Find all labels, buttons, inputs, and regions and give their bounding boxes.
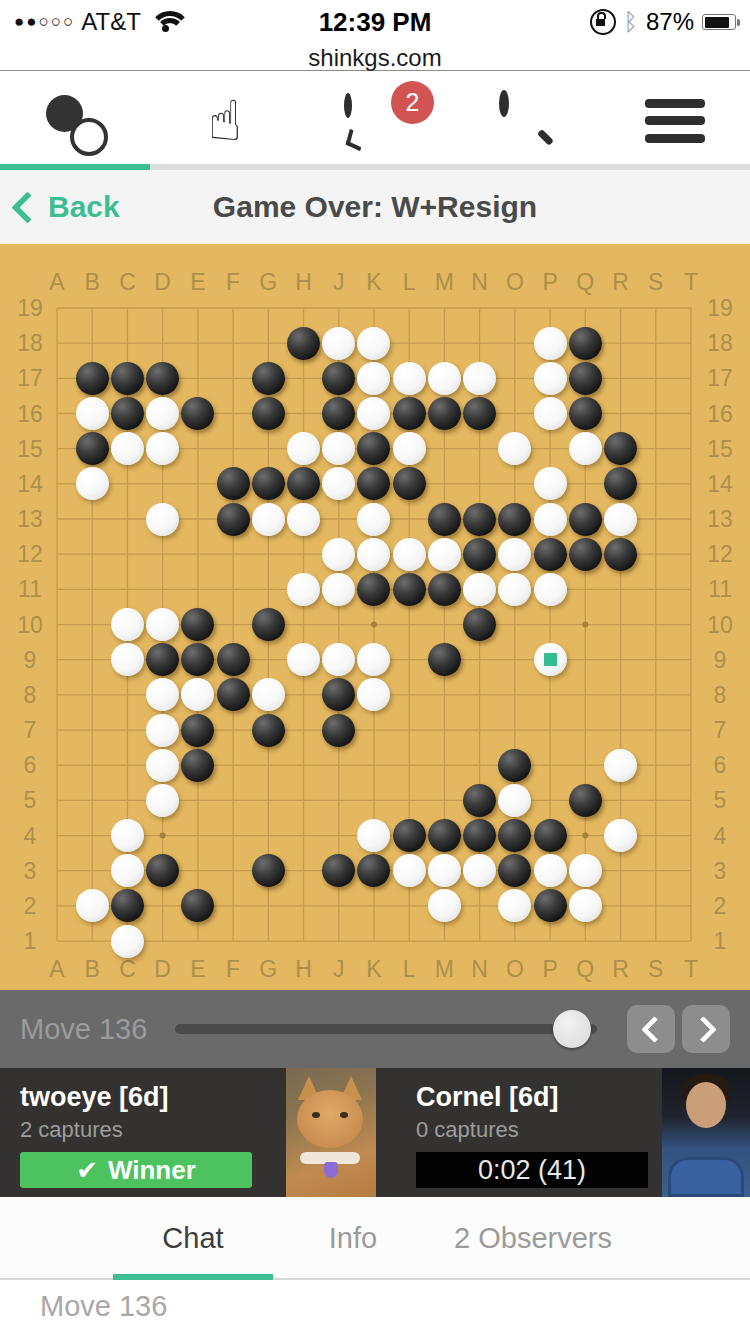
- white-stone-Q2: [569, 889, 602, 922]
- black-stone-N10: [463, 608, 496, 641]
- black-stone-Q17: [569, 362, 602, 395]
- svg-text:F: F: [226, 269, 240, 295]
- svg-text:O: O: [506, 269, 524, 295]
- url-text[interactable]: shinkgs.com: [308, 44, 441, 71]
- svg-text:5: 5: [24, 787, 37, 813]
- svg-text:8: 8: [24, 682, 37, 708]
- svg-text:14: 14: [17, 471, 43, 497]
- svg-text:N: N: [471, 956, 488, 982]
- black-stone-C17: [111, 362, 144, 395]
- back-label: Back: [48, 190, 120, 224]
- chat-bubble-icon: 2: [344, 97, 406, 144]
- svg-text:G: G: [259, 269, 277, 295]
- status-bar: ●●○○○ AT&T 12:39 PM ᛒ 87%: [0, 0, 750, 44]
- white-stone-O5: [498, 784, 531, 817]
- black-stone-G10: [252, 608, 285, 641]
- white-stone-H13: [287, 503, 320, 536]
- white-stone-N17: [463, 362, 496, 395]
- svg-text:19: 19: [17, 295, 43, 321]
- tab-chat-bottom[interactable]: Chat: [162, 1222, 223, 1255]
- black-stone-R12: [604, 538, 637, 571]
- black-stone-F13: [217, 503, 250, 536]
- svg-text:L: L: [403, 269, 416, 295]
- check-icon: ✔: [76, 1155, 98, 1185]
- tab-chat[interactable]: 2: [300, 75, 450, 167]
- svg-text:11: 11: [708, 576, 732, 602]
- black-stone-C16: [111, 397, 144, 430]
- svg-text:S: S: [648, 269, 663, 295]
- svg-text:K: K: [366, 269, 382, 295]
- white-stone-O12: [498, 538, 531, 571]
- svg-text:2: 2: [24, 893, 37, 919]
- black-stone-M16: [428, 397, 461, 430]
- black-stone-D17: [146, 362, 179, 395]
- svg-text:4: 4: [24, 823, 37, 849]
- tab-play[interactable]: ☝: [150, 75, 300, 167]
- back-button[interactable]: Back: [16, 190, 120, 224]
- black-stone-M13: [428, 503, 461, 536]
- battery-icon: [702, 14, 736, 30]
- black-stone-F8: [217, 678, 250, 711]
- svg-text:17: 17: [17, 365, 43, 391]
- white-stone-D16: [146, 397, 179, 430]
- black-player-name: Cornel [6d]: [416, 1082, 662, 1113]
- white-stone-M17: [428, 362, 461, 395]
- white-stone-L12: [393, 538, 426, 571]
- white-stone-K13: [357, 503, 390, 536]
- white-stone-L15: [393, 432, 426, 465]
- svg-text:13: 13: [17, 506, 43, 532]
- black-stone-Q5: [569, 784, 602, 817]
- white-stone-N11: [463, 573, 496, 606]
- black-player-captures: 0 captures: [416, 1117, 662, 1143]
- white-player-name: twoeye [6d]: [20, 1082, 286, 1113]
- svg-text:17: 17: [707, 365, 733, 391]
- svg-text:1: 1: [24, 928, 37, 954]
- tab-observers[interactable]: 2 Observers: [454, 1222, 612, 1255]
- white-stone-H11: [287, 573, 320, 606]
- black-stone-M11: [428, 573, 461, 606]
- svg-text:D: D: [154, 956, 171, 982]
- chevron-left-icon: [641, 1016, 668, 1043]
- svg-text:P: P: [542, 956, 557, 982]
- svg-text:K: K: [366, 956, 382, 982]
- black-stone-G17: [252, 362, 285, 395]
- white-stone-Q15: [569, 432, 602, 465]
- svg-text:D: D: [154, 269, 171, 295]
- white-stone-H15: [287, 432, 320, 465]
- black-stone-G3: [252, 854, 285, 887]
- svg-text:E: E: [190, 956, 205, 982]
- svg-text:M: M: [435, 956, 454, 982]
- hamburger-menu-icon: [645, 99, 705, 143]
- last-move-marker: [544, 653, 557, 666]
- white-stone-P14: [534, 467, 567, 500]
- svg-text:10: 10: [707, 612, 733, 638]
- white-stone-L3: [393, 854, 426, 887]
- svg-text:7: 7: [24, 717, 37, 743]
- svg-text:11: 11: [18, 576, 42, 602]
- svg-text:G: G: [259, 956, 277, 982]
- black-stone-O13: [498, 503, 531, 536]
- svg-text:14: 14: [707, 471, 733, 497]
- black-stone-P4: [534, 819, 567, 852]
- white-player-avatar-cat: [286, 1068, 376, 1197]
- white-stone-G8: [252, 678, 285, 711]
- black-stone-Q16: [569, 397, 602, 430]
- svg-text:E: E: [190, 269, 205, 295]
- white-stone-C9: [111, 643, 144, 676]
- white-stone-D5: [146, 784, 179, 817]
- black-stone-J17: [322, 362, 355, 395]
- slider-thumb[interactable]: [553, 1010, 591, 1048]
- svg-text:12: 12: [707, 541, 733, 567]
- svg-text:R: R: [612, 956, 629, 982]
- svg-text:6: 6: [24, 752, 37, 778]
- chevron-right-icon: [690, 1016, 717, 1043]
- chat-log[interactable]: Move 136: [0, 1280, 750, 1334]
- svg-text:2: 2: [714, 893, 727, 919]
- svg-text:3: 3: [24, 858, 37, 884]
- svg-text:C: C: [119, 956, 136, 982]
- bottom-tab-bar: Chat Info 2 Observers: [0, 1197, 750, 1280]
- black-stone-M4: [428, 819, 461, 852]
- black-player-clock: 0:02 (41): [416, 1152, 648, 1188]
- black-stone-F14: [217, 467, 250, 500]
- white-stone-D10: [146, 608, 179, 641]
- move-slider[interactable]: [175, 1024, 597, 1034]
- white-stone-K12: [357, 538, 390, 571]
- black-stone-L11: [393, 573, 426, 606]
- black-stone-P12: [534, 538, 567, 571]
- black-stone-Q12: [569, 538, 602, 571]
- black-stone-N16: [463, 397, 496, 430]
- svg-text:Q: Q: [576, 956, 594, 982]
- go-board[interactable]: AABBCCDDEEFFGGHHJJKKLLMMNNOOPPQQRRSSTT19…: [0, 244, 750, 990]
- svg-text:A: A: [49, 956, 65, 982]
- black-stone-M9: [428, 643, 461, 676]
- white-stone-B14: [76, 467, 109, 500]
- active-bottom-tab-indicator: [113, 1274, 273, 1280]
- black-player-avatar: [662, 1068, 750, 1197]
- svg-text:18: 18: [707, 330, 733, 356]
- black-stone-E7: [181, 714, 214, 747]
- svg-text:T: T: [684, 269, 698, 295]
- white-stone-D7: [146, 714, 179, 747]
- black-stone-N12: [463, 538, 496, 571]
- black-stone-B15: [76, 432, 109, 465]
- white-stone-H9: [287, 643, 320, 676]
- white-stone-D6: [146, 749, 179, 782]
- app-nav-bar: ☝ 2: [0, 71, 750, 170]
- rotation-lock-icon: [590, 9, 616, 35]
- svg-text:B: B: [85, 956, 100, 982]
- white-stone-M12: [428, 538, 461, 571]
- black-stone-O6: [498, 749, 531, 782]
- svg-text:13: 13: [707, 506, 733, 532]
- prev-move-button[interactable]: [627, 1005, 675, 1053]
- next-move-button[interactable]: [682, 1005, 730, 1053]
- black-stone-L16: [393, 397, 426, 430]
- svg-text:16: 16: [707, 401, 733, 427]
- players-panel: twoeye [6d] 2 captures ✔ Winner Cornel […: [0, 1068, 750, 1197]
- chat-line: Move 136: [40, 1290, 750, 1323]
- black-stone-N4: [463, 819, 496, 852]
- black-stone-G7: [252, 714, 285, 747]
- svg-text:A: A: [49, 269, 65, 295]
- svg-text:J: J: [333, 269, 345, 295]
- svg-text:19: 19: [707, 295, 733, 321]
- white-stone-J18: [322, 327, 355, 360]
- svg-text:H: H: [295, 956, 312, 982]
- black-stone-P2: [534, 889, 567, 922]
- black-player-info: Cornel [6d] 0 captures 0:02 (41): [376, 1068, 662, 1197]
- svg-text:7: 7: [714, 717, 727, 743]
- white-stone-P17: [534, 362, 567, 395]
- white-stone-Q3: [569, 854, 602, 887]
- svg-text:15: 15: [17, 436, 43, 462]
- game-header: Game Over: W+Resign Back: [0, 170, 750, 244]
- white-stone-J12: [322, 538, 355, 571]
- white-stone-J11: [322, 573, 355, 606]
- tab-search[interactable]: [450, 75, 600, 167]
- svg-text:9: 9: [714, 647, 727, 673]
- white-stone-C10: [111, 608, 144, 641]
- white-stone-K18: [357, 327, 390, 360]
- svg-text:B: B: [85, 269, 100, 295]
- black-stone-H18: [287, 327, 320, 360]
- white-stone-C3: [111, 854, 144, 887]
- white-stone-G13: [252, 503, 285, 536]
- svg-text:8: 8: [714, 682, 727, 708]
- svg-text:F: F: [226, 956, 240, 982]
- black-stone-G14: [252, 467, 285, 500]
- svg-text:15: 15: [707, 436, 733, 462]
- back-chevron-icon: [11, 191, 44, 224]
- black-stone-L14: [393, 467, 426, 500]
- svg-text:16: 16: [17, 401, 43, 427]
- white-stone-P11: [534, 573, 567, 606]
- white-stone-B2: [76, 889, 109, 922]
- winner-badge: ✔ Winner: [20, 1152, 252, 1188]
- black-stone-Q13: [569, 503, 602, 536]
- white-stone-P9: [534, 643, 567, 676]
- svg-text:P: P: [542, 269, 557, 295]
- black-stone-N5: [463, 784, 496, 817]
- svg-text:9: 9: [24, 647, 37, 673]
- white-stone-C4: [111, 819, 144, 852]
- svg-text:H: H: [295, 269, 312, 295]
- svg-text:N: N: [471, 269, 488, 295]
- white-stone-P13: [534, 503, 567, 536]
- svg-text:10: 10: [17, 612, 43, 638]
- move-number-label: Move 136: [20, 1013, 165, 1046]
- svg-text:1: 1: [714, 928, 727, 954]
- svg-text:L: L: [403, 956, 416, 982]
- black-stone-Q18: [569, 327, 602, 360]
- battery-percent: 87%: [646, 8, 694, 36]
- black-stone-G16: [252, 397, 285, 430]
- svg-text:4: 4: [714, 823, 727, 849]
- white-stone-P16: [534, 397, 567, 430]
- winner-label: Winner: [108, 1155, 196, 1186]
- svg-text:3: 3: [714, 858, 727, 884]
- black-stone-R15: [604, 432, 637, 465]
- black-stone-N13: [463, 503, 496, 536]
- svg-text:S: S: [648, 956, 663, 982]
- black-stone-J7: [322, 714, 355, 747]
- white-player-captures: 2 captures: [20, 1117, 286, 1143]
- svg-text:6: 6: [714, 752, 727, 778]
- tab-info[interactable]: Info: [329, 1222, 377, 1255]
- search-icon: [499, 95, 551, 147]
- browser-url-bar[interactable]: shinkgs.com: [0, 44, 750, 71]
- chat-unread-badge: 2: [391, 81, 434, 124]
- svg-text:J: J: [333, 956, 345, 982]
- svg-text:12: 12: [17, 541, 43, 567]
- white-stone-R6: [604, 749, 637, 782]
- black-stone-L4: [393, 819, 426, 852]
- hand-pointer-icon: ☝: [208, 93, 242, 149]
- white-stone-M3: [428, 854, 461, 887]
- white-stone-C1: [111, 925, 144, 958]
- white-stone-L17: [393, 362, 426, 395]
- white-stone-R4: [604, 819, 637, 852]
- bluetooth-icon: ᛒ: [624, 10, 638, 34]
- white-stone-B16: [76, 397, 109, 430]
- svg-text:R: R: [612, 269, 629, 295]
- white-stone-R13: [604, 503, 637, 536]
- white-stone-P3: [534, 854, 567, 887]
- svg-text:5: 5: [714, 787, 727, 813]
- move-control-bar: Move 136: [0, 990, 750, 1068]
- go-stones-icon: [43, 89, 107, 153]
- svg-text:Q: Q: [576, 269, 594, 295]
- black-stone-B17: [76, 362, 109, 395]
- svg-text:O: O: [506, 956, 524, 982]
- tab-menu[interactable]: [600, 75, 750, 167]
- white-stone-C15: [111, 432, 144, 465]
- black-stone-E6: [181, 749, 214, 782]
- black-stone-F9: [217, 643, 250, 676]
- white-stone-P18: [534, 327, 567, 360]
- white-player-info: twoeye [6d] 2 captures ✔ Winner: [0, 1068, 286, 1197]
- tab-games[interactable]: [0, 75, 150, 167]
- white-stone-D13: [146, 503, 179, 536]
- svg-text:T: T: [684, 956, 698, 982]
- svg-text:M: M: [435, 269, 454, 295]
- white-stone-O11: [498, 573, 531, 606]
- svg-text:C: C: [119, 269, 136, 295]
- svg-text:18: 18: [17, 330, 43, 356]
